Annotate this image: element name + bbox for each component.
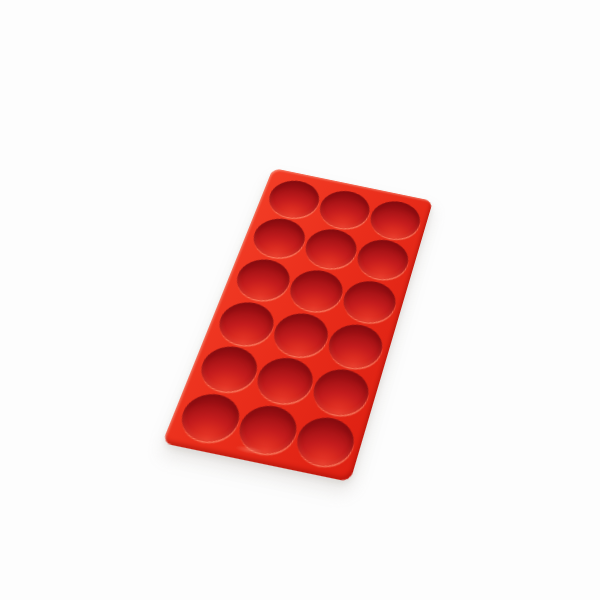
cavity (314, 187, 374, 233)
cavity (299, 225, 361, 273)
ice-cube-tray (162, 168, 433, 482)
cavity (193, 342, 263, 396)
cavity (250, 354, 318, 409)
cavity (263, 176, 324, 221)
cavity (174, 389, 246, 446)
cavity (337, 277, 400, 327)
cavity (284, 266, 348, 316)
cavity (307, 365, 374, 420)
cavity (290, 413, 359, 471)
cavity (212, 298, 279, 350)
cavity (322, 320, 387, 373)
cavity (267, 309, 333, 361)
cavity (247, 215, 310, 262)
cavity (230, 255, 295, 305)
cavity (365, 197, 424, 243)
cavity (351, 236, 412, 284)
photo-background (0, 0, 600, 600)
cavity-grid (162, 168, 433, 482)
